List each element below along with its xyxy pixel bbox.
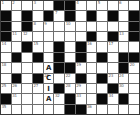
black-cell [54, 42, 64, 51]
grid-cell[interactable]: 24 [119, 74, 129, 83]
clue-number: 28 [66, 84, 71, 88]
clue-number: 24 [119, 74, 124, 78]
grid-cell[interactable] [97, 63, 107, 72]
grid-cell[interactable] [65, 42, 75, 51]
black-cell [65, 105, 75, 114]
black-cell [1, 94, 11, 103]
grid-cell[interactable] [108, 105, 118, 114]
grid-cell[interactable]: A [44, 63, 54, 72]
black-cell [108, 32, 118, 41]
grid-cell[interactable] [12, 11, 22, 20]
clue-number: 2 [12, 1, 14, 5]
grid-cell[interactable]: 16 [87, 42, 97, 51]
grid-cell[interactable] [108, 1, 118, 10]
grid-cell[interactable] [12, 63, 22, 72]
grid-cell[interactable]: 8 [33, 22, 43, 31]
black-cell [65, 1, 75, 10]
grid-cell[interactable] [54, 22, 64, 31]
grid-cell[interactable]: 36 [87, 105, 97, 114]
grid-cell[interactable] [12, 105, 22, 114]
grid-cell[interactable] [119, 22, 129, 31]
clue-number: 15 [34, 42, 39, 46]
black-cell [1, 22, 11, 31]
grid-cell[interactable]: 19 [76, 63, 86, 72]
grid-cell[interactable] [33, 105, 43, 114]
grid-cell[interactable] [1, 74, 11, 83]
black-cell [108, 84, 118, 93]
black-cell [65, 11, 75, 20]
clue-number: 31 [12, 94, 17, 98]
grid-cell[interactable] [22, 74, 32, 83]
grid-cell[interactable]: 32 [54, 94, 64, 103]
grid-cell[interactable]: 31 [12, 94, 22, 103]
grid-cell[interactable]: 6 [119, 1, 129, 10]
black-cell [1, 32, 11, 41]
grid-cell[interactable] [108, 22, 118, 31]
grid-cell[interactable] [87, 84, 97, 93]
grid-cell[interactable] [65, 53, 75, 62]
grid-cell[interactable] [108, 63, 118, 72]
grid-cell[interactable]: 18 [1, 63, 11, 72]
clue-number: 1 [2, 1, 4, 5]
grid-cell[interactable] [44, 1, 54, 10]
clue-number: 29 [76, 84, 81, 88]
clue-number: 5 [98, 1, 100, 5]
grid-cell[interactable] [54, 32, 64, 41]
black-cell [129, 32, 139, 41]
crossword-puzzle: 123456789101112131415161718A192021C22232… [0, 0, 140, 115]
grid-cell[interactable]: 3 [33, 1, 43, 10]
grid-cell[interactable]: 2 [12, 1, 22, 10]
grid-cell[interactable]: I [44, 84, 54, 93]
grid-cell[interactable] [129, 1, 139, 10]
black-cell [76, 74, 86, 83]
black-cell [22, 11, 32, 20]
black-cell [76, 53, 86, 62]
grid-cell[interactable]: A [44, 94, 54, 103]
clue-number: 30 [119, 84, 124, 88]
clue-number: 23 [108, 74, 113, 78]
grid-cell[interactable]: 27 [33, 84, 43, 93]
grid-cell[interactable]: 25 [1, 84, 11, 93]
grid-cell[interactable] [87, 22, 97, 31]
pencil-letter: A [44, 64, 54, 72]
grid-cell[interactable] [119, 11, 129, 20]
clue-number: 11 [12, 32, 17, 36]
grid-cell[interactable] [87, 53, 97, 62]
clue-number: 20 [130, 63, 135, 67]
grid-cell[interactable] [108, 53, 118, 62]
black-cell [97, 53, 107, 62]
grid-cell[interactable] [97, 84, 107, 93]
grid-cell[interactable] [22, 84, 32, 93]
clue-number: 9 [44, 22, 46, 26]
grid-cell[interactable] [87, 63, 97, 72]
clue-number: 26 [12, 84, 17, 88]
grid-cell[interactable] [22, 105, 32, 114]
black-cell [54, 1, 64, 10]
grid-cell[interactable] [76, 22, 86, 31]
grid-cell[interactable] [33, 63, 43, 72]
grid-cell[interactable]: 12 [22, 32, 32, 41]
black-cell [54, 84, 64, 93]
grid-cell[interactable] [54, 105, 64, 114]
grid-cell[interactable] [22, 94, 32, 103]
clue-number: 18 [2, 63, 7, 67]
black-cell [129, 11, 139, 20]
black-cell [44, 11, 54, 20]
clue-number: 32 [55, 94, 60, 98]
grid-cell[interactable]: 22 [65, 74, 75, 83]
clue-number: 14 [2, 42, 7, 46]
black-cell [76, 42, 86, 51]
grid-cell[interactable]: 11 [12, 32, 22, 41]
grid-cell[interactable] [97, 11, 107, 20]
grid-cell[interactable]: 1 [1, 1, 11, 10]
black-cell [12, 53, 22, 62]
grid-cell[interactable] [22, 53, 32, 62]
clue-number: 35 [2, 105, 7, 109]
grid-cell[interactable] [119, 42, 129, 51]
grid-cell[interactable]: 13 [119, 32, 129, 41]
black-cell [33, 74, 43, 83]
grid-cell[interactable] [129, 74, 139, 83]
grid-cell[interactable] [97, 22, 107, 31]
clue-number: 34 [108, 94, 113, 98]
black-cell [119, 63, 129, 72]
grid-cell[interactable] [97, 32, 107, 41]
clue-number: 7 [55, 11, 57, 15]
grid-cell[interactable] [22, 63, 32, 72]
black-cell [22, 22, 32, 31]
grid-cell[interactable]: 30 [119, 84, 129, 93]
crossword-grid: 123456789101112131415161718A192021C22232… [0, 0, 140, 115]
grid-cell[interactable]: 29 [76, 84, 86, 93]
clue-number: 17 [108, 42, 113, 46]
grid-cell[interactable]: 4 [76, 1, 86, 10]
grid-cell[interactable] [33, 11, 43, 20]
grid-cell[interactable]: 23 [108, 74, 118, 83]
black-cell [129, 53, 139, 62]
grid-cell[interactable]: 33 [76, 94, 86, 103]
grid-cell[interactable]: 21C [44, 74, 54, 83]
grid-cell[interactable] [44, 53, 54, 62]
grid-cell[interactable]: 35 [1, 105, 11, 114]
black-cell [97, 94, 107, 103]
grid-cell[interactable] [87, 74, 97, 83]
black-cell [119, 94, 129, 103]
grid-cell[interactable] [54, 74, 64, 83]
grid-cell[interactable]: 26 [12, 84, 22, 93]
grid-cell[interactable]: 5 [97, 1, 107, 10]
grid-cell[interactable] [12, 22, 22, 31]
grid-cell[interactable] [76, 32, 86, 41]
black-cell [1, 11, 11, 20]
grid-cell[interactable]: 10 [65, 22, 75, 31]
clue-number: 12 [23, 32, 28, 36]
grid-cell[interactable] [33, 94, 43, 103]
grid-cell[interactable] [129, 105, 139, 114]
black-cell [54, 63, 64, 72]
pencil-letter: C [44, 75, 54, 83]
black-cell [129, 22, 139, 31]
clue-number: 4 [76, 1, 78, 5]
clue-number: 13 [119, 32, 124, 36]
clue-number: 8 [34, 22, 36, 26]
clue-number: 25 [2, 84, 7, 88]
black-cell [119, 53, 129, 62]
pencil-letter: I [44, 85, 54, 93]
clue-number: 33 [76, 94, 81, 98]
grid-cell[interactable]: 7 [54, 11, 64, 20]
clue-number: 10 [66, 22, 71, 26]
grid-cell[interactable] [97, 105, 107, 114]
grid-cell[interactable]: 20 [129, 63, 139, 72]
grid-cell[interactable] [76, 11, 86, 20]
grid-cell[interactable]: 14 [1, 42, 11, 51]
black-cell [76, 105, 86, 114]
grid-cell[interactable] [129, 94, 139, 103]
black-cell [97, 74, 107, 83]
clue-number: 3 [34, 1, 36, 5]
black-cell [87, 11, 97, 20]
grid-cell[interactable] [97, 42, 107, 51]
grid-cell[interactable] [129, 42, 139, 51]
grid-cell[interactable] [44, 105, 54, 114]
grid-cell[interactable]: 34 [108, 94, 118, 103]
clue-number: 22 [66, 74, 71, 78]
clue-number: 36 [87, 105, 92, 109]
clue-number: 16 [87, 42, 92, 46]
grid-cell[interactable] [33, 32, 43, 41]
black-cell [33, 53, 43, 62]
grid-cell[interactable] [65, 32, 75, 41]
grid-cell[interactable] [87, 94, 97, 103]
pencil-letter: A [44, 95, 54, 103]
black-cell [87, 32, 97, 41]
grid-cell[interactable] [12, 42, 22, 51]
clue-number: 6 [119, 1, 121, 5]
grid-cell[interactable] [129, 84, 139, 93]
grid-cell[interactable] [119, 105, 129, 114]
black-cell [54, 53, 64, 62]
black-cell [65, 63, 75, 72]
grid-cell[interactable] [87, 1, 97, 10]
grid-cell[interactable] [44, 32, 54, 41]
grid-cell[interactable]: 17 [108, 42, 118, 51]
black-cell [22, 42, 32, 51]
grid-cell[interactable]: 9 [44, 22, 54, 31]
clue-number: 27 [34, 84, 39, 88]
black-cell [65, 94, 75, 103]
grid-cell[interactable] [44, 42, 54, 51]
clue-number: 19 [76, 63, 81, 67]
grid-cell[interactable]: 15 [33, 42, 43, 51]
grid-cell[interactable] [22, 1, 32, 10]
black-cell [12, 74, 22, 83]
grid-cell[interactable] [1, 53, 11, 62]
grid-cell[interactable]: 28 [65, 84, 75, 93]
black-cell [108, 11, 118, 20]
